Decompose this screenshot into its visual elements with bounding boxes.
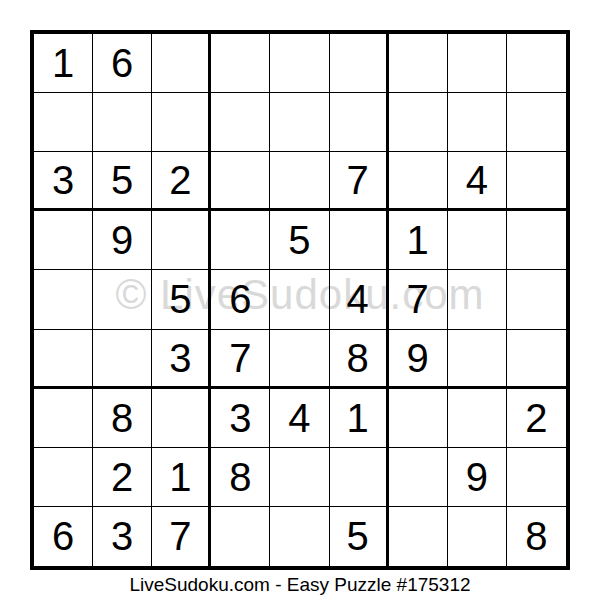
cell-r3c5[interactable] (270, 152, 329, 211)
cell-r1c7[interactable] (389, 34, 448, 93)
cell-r3c7[interactable] (389, 152, 448, 211)
cell-r6c2[interactable] (93, 330, 152, 389)
cell-r3c4[interactable] (211, 152, 270, 211)
cell-r8c5[interactable] (270, 448, 329, 507)
cell-r8c6[interactable] (330, 448, 389, 507)
cell-r9c1[interactable]: 6 (34, 507, 93, 566)
cell-r1c2[interactable]: 6 (93, 34, 152, 93)
cell-r9c8[interactable] (448, 507, 507, 566)
cell-r6c6[interactable]: 8 (330, 330, 389, 389)
cell-r2c6[interactable] (330, 93, 389, 152)
cell-r3c8[interactable]: 4 (448, 152, 507, 211)
cell-r6c5[interactable] (270, 330, 329, 389)
cell-r2c4[interactable] (211, 93, 270, 152)
cell-r2c9[interactable] (507, 93, 566, 152)
cell-r1c8[interactable] (448, 34, 507, 93)
cell-r2c1[interactable] (34, 93, 93, 152)
cell-r1c6[interactable] (330, 34, 389, 93)
cell-r5c6[interactable]: 4 (330, 270, 389, 329)
cell-r2c8[interactable] (448, 93, 507, 152)
cell-r2c3[interactable] (152, 93, 211, 152)
cell-r4c6[interactable] (330, 211, 389, 270)
cell-r9c4[interactable] (211, 507, 270, 566)
cell-r6c1[interactable] (34, 330, 93, 389)
cell-r3c2[interactable]: 5 (93, 152, 152, 211)
cell-r8c9[interactable] (507, 448, 566, 507)
sudoku-page: © LiveSudoku.com 16352749515647378983412… (0, 0, 600, 615)
cell-r1c1[interactable]: 1 (34, 34, 93, 93)
cell-r5c8[interactable] (448, 270, 507, 329)
cell-r9c9[interactable]: 8 (507, 507, 566, 566)
cell-r4c3[interactable] (152, 211, 211, 270)
cell-r6c3[interactable]: 3 (152, 330, 211, 389)
cell-r7c2[interactable]: 8 (93, 389, 152, 448)
sudoku-board: 16352749515647378983412218963758 (30, 30, 570, 570)
cell-r7c8[interactable] (448, 389, 507, 448)
cell-r7c6[interactable]: 1 (330, 389, 389, 448)
cell-r9c5[interactable] (270, 507, 329, 566)
cell-r9c7[interactable] (389, 507, 448, 566)
cell-r4c1[interactable] (34, 211, 93, 270)
cell-r9c3[interactable]: 7 (152, 507, 211, 566)
cell-r6c8[interactable] (448, 330, 507, 389)
cell-r5c2[interactable] (93, 270, 152, 329)
cell-r4c8[interactable] (448, 211, 507, 270)
cell-r1c4[interactable] (211, 34, 270, 93)
cell-r7c1[interactable] (34, 389, 93, 448)
cell-r8c7[interactable] (389, 448, 448, 507)
cell-r8c1[interactable] (34, 448, 93, 507)
cell-r4c7[interactable]: 1 (389, 211, 448, 270)
cell-r2c5[interactable] (270, 93, 329, 152)
cell-r2c2[interactable] (93, 93, 152, 152)
cell-r5c9[interactable] (507, 270, 566, 329)
cell-r5c7[interactable]: 7 (389, 270, 448, 329)
cell-r8c2[interactable]: 2 (93, 448, 152, 507)
cell-r5c1[interactable] (34, 270, 93, 329)
cell-r8c3[interactable]: 1 (152, 448, 211, 507)
cell-r1c3[interactable] (152, 34, 211, 93)
cell-r3c1[interactable]: 3 (34, 152, 93, 211)
cell-r5c3[interactable]: 5 (152, 270, 211, 329)
cell-r4c5[interactable]: 5 (270, 211, 329, 270)
cell-r9c6[interactable]: 5 (330, 507, 389, 566)
cell-r6c7[interactable]: 9 (389, 330, 448, 389)
cell-r4c9[interactable] (507, 211, 566, 270)
cell-r8c4[interactable]: 8 (211, 448, 270, 507)
cell-r1c9[interactable] (507, 34, 566, 93)
cell-r4c2[interactable]: 9 (93, 211, 152, 270)
cell-r6c4[interactable]: 7 (211, 330, 270, 389)
cell-r1c5[interactable] (270, 34, 329, 93)
cell-r5c4[interactable]: 6 (211, 270, 270, 329)
cell-r4c4[interactable] (211, 211, 270, 270)
cell-r9c2[interactable]: 3 (93, 507, 152, 566)
cell-r7c4[interactable]: 3 (211, 389, 270, 448)
cell-r7c3[interactable] (152, 389, 211, 448)
cell-r3c6[interactable]: 7 (330, 152, 389, 211)
cell-r7c5[interactable]: 4 (270, 389, 329, 448)
cell-r7c7[interactable] (389, 389, 448, 448)
cell-r5c5[interactable] (270, 270, 329, 329)
cell-r3c3[interactable]: 2 (152, 152, 211, 211)
cell-r3c9[interactable] (507, 152, 566, 211)
cell-r7c9[interactable]: 2 (507, 389, 566, 448)
cell-r2c7[interactable] (389, 93, 448, 152)
caption: LiveSudoku.com - Easy Puzzle #175312 (0, 574, 600, 596)
cell-r8c8[interactable]: 9 (448, 448, 507, 507)
cell-r6c9[interactable] (507, 330, 566, 389)
